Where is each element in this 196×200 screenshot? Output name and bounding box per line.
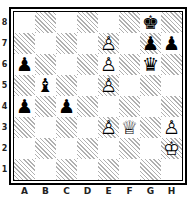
square-e6[interactable]: ♟♙ (98, 54, 119, 75)
rank-label-2: 2 (0, 138, 9, 159)
file-label-d: D (77, 186, 98, 196)
rank-labels: 87654321 (0, 12, 9, 180)
square-a2[interactable] (14, 138, 35, 159)
square-f6[interactable] (119, 54, 140, 75)
square-h4[interactable] (161, 96, 182, 117)
black-king-glyph: ♚ (140, 12, 161, 33)
square-e2[interactable] (98, 138, 119, 159)
square-h1[interactable] (161, 159, 182, 180)
white-queen-glyph: ♕ (119, 117, 140, 138)
square-f1[interactable] (119, 159, 140, 180)
rank-label-8: 8 (0, 12, 9, 33)
chess-board: ♚♟♙♟♟♟♟♙♛♝♟♙♟♟♟♙♛♕♟♙♚♔ (9, 7, 187, 185)
square-c6[interactable] (56, 54, 77, 75)
square-g7[interactable]: ♟ (140, 33, 161, 54)
square-d7[interactable] (77, 33, 98, 54)
square-d3[interactable] (77, 117, 98, 138)
square-d5[interactable] (77, 75, 98, 96)
square-a4[interactable]: ♟ (14, 96, 35, 117)
square-c1[interactable] (56, 159, 77, 180)
square-f2[interactable] (119, 138, 140, 159)
square-c4[interactable]: ♟ (56, 96, 77, 117)
file-label-g: G (140, 186, 161, 196)
square-c5[interactable] (56, 75, 77, 96)
square-a7[interactable] (14, 33, 35, 54)
black-pawn-glyph: ♟ (14, 54, 35, 75)
square-g1[interactable] (140, 159, 161, 180)
square-c2[interactable] (56, 138, 77, 159)
square-g4[interactable] (140, 96, 161, 117)
file-label-e: E (98, 186, 119, 196)
board-grid: ♚♟♙♟♟♟♟♙♛♝♟♙♟♟♟♙♛♕♟♙♚♔ (14, 12, 182, 180)
white-pawn-glyph: ♙ (161, 117, 182, 138)
piece-white-pawn[interactable]: ♟♙ (98, 75, 119, 96)
file-labels: ABCDEFGH (14, 186, 182, 196)
square-b4[interactable] (35, 96, 56, 117)
piece-white-queen[interactable]: ♛♕ (119, 117, 140, 138)
white-king-glyph: ♔ (161, 138, 182, 159)
rank-label-3: 3 (0, 117, 9, 138)
square-f8[interactable] (119, 12, 140, 33)
square-d2[interactable] (77, 138, 98, 159)
white-pawn-glyph: ♙ (98, 33, 119, 54)
square-e5[interactable]: ♟♙ (98, 75, 119, 96)
square-g8[interactable]: ♚ (140, 12, 161, 33)
square-b7[interactable] (35, 33, 56, 54)
file-label-f: F (119, 186, 140, 196)
square-a1[interactable] (14, 159, 35, 180)
square-e4[interactable] (98, 96, 119, 117)
chess-diagram: 87654321 ♚♟♙♟♟♟♟♙♛♝♟♙♟♟♟♙♛♕♟♙♚♔ ABCDEFGH (0, 0, 196, 200)
square-e3[interactable]: ♟♙ (98, 117, 119, 138)
piece-white-pawn[interactable]: ♟♙ (98, 117, 119, 138)
square-h3[interactable]: ♟♙ (161, 117, 182, 138)
black-pawn-glyph: ♟ (140, 33, 161, 54)
white-pawn-glyph: ♙ (98, 75, 119, 96)
file-label-a: A (14, 186, 35, 196)
square-b3[interactable] (35, 117, 56, 138)
white-pawn-glyph: ♙ (98, 117, 119, 138)
square-a3[interactable] (14, 117, 35, 138)
file-label-c: C (56, 186, 77, 196)
rank-label-4: 4 (0, 96, 9, 117)
square-e8[interactable] (98, 12, 119, 33)
square-h2[interactable]: ♚♔ (161, 138, 182, 159)
square-b2[interactable] (35, 138, 56, 159)
black-pawn-glyph: ♟ (14, 96, 35, 117)
square-e7[interactable]: ♟♙ (98, 33, 119, 54)
piece-black-pawn[interactable]: ♟ (56, 96, 77, 117)
square-h7[interactable]: ♟ (161, 33, 182, 54)
piece-black-pawn[interactable]: ♟ (14, 54, 35, 75)
square-g3[interactable] (140, 117, 161, 138)
square-h5[interactable] (161, 75, 182, 96)
square-h6[interactable] (161, 54, 182, 75)
black-queen-glyph: ♛ (140, 54, 161, 75)
square-a5[interactable] (14, 75, 35, 96)
square-a6[interactable]: ♟ (14, 54, 35, 75)
square-a8[interactable] (14, 12, 35, 33)
piece-black-queen[interactable]: ♛ (140, 54, 161, 75)
square-c3[interactable] (56, 117, 77, 138)
black-pawn-glyph: ♟ (161, 33, 182, 54)
square-f7[interactable] (119, 33, 140, 54)
square-d6[interactable] (77, 54, 98, 75)
square-c8[interactable] (56, 12, 77, 33)
board-frame: ♚♟♙♟♟♟♟♙♛♝♟♙♟♟♟♙♛♕♟♙♚♔ (13, 11, 183, 181)
piece-black-king[interactable]: ♚ (140, 12, 161, 33)
square-d1[interactable] (77, 159, 98, 180)
black-pawn-glyph: ♟ (56, 96, 77, 117)
square-g5[interactable] (140, 75, 161, 96)
file-label-h: H (161, 186, 182, 196)
square-c7[interactable] (56, 33, 77, 54)
file-label-b: B (35, 186, 56, 196)
square-h8[interactable] (161, 12, 182, 33)
rank-label-6: 6 (0, 54, 9, 75)
piece-white-pawn[interactable]: ♟♙ (161, 117, 182, 138)
piece-white-pawn[interactable]: ♟♙ (98, 54, 119, 75)
square-b8[interactable] (35, 12, 56, 33)
rank-label-1: 1 (0, 159, 9, 180)
piece-black-bishop[interactable]: ♝ (35, 75, 56, 96)
piece-black-pawn[interactable]: ♟ (140, 33, 161, 54)
square-b1[interactable] (35, 159, 56, 180)
rank-label-5: 5 (0, 75, 9, 96)
square-f3[interactable]: ♛♕ (119, 117, 140, 138)
square-f5[interactable] (119, 75, 140, 96)
square-g2[interactable] (140, 138, 161, 159)
square-d8[interactable] (77, 12, 98, 33)
square-b6[interactable] (35, 54, 56, 75)
piece-black-pawn[interactable]: ♟ (161, 33, 182, 54)
square-e1[interactable] (98, 159, 119, 180)
square-d4[interactable] (77, 96, 98, 117)
piece-white-pawn[interactable]: ♟♙ (98, 33, 119, 54)
black-bishop-glyph: ♝ (35, 75, 56, 96)
square-g6[interactable]: ♛ (140, 54, 161, 75)
rank-label-7: 7 (0, 33, 9, 54)
square-b5[interactable]: ♝ (35, 75, 56, 96)
white-pawn-glyph: ♙ (98, 54, 119, 75)
piece-black-pawn[interactable]: ♟ (14, 96, 35, 117)
square-f4[interactable] (119, 96, 140, 117)
piece-white-king[interactable]: ♚♔ (161, 138, 182, 159)
